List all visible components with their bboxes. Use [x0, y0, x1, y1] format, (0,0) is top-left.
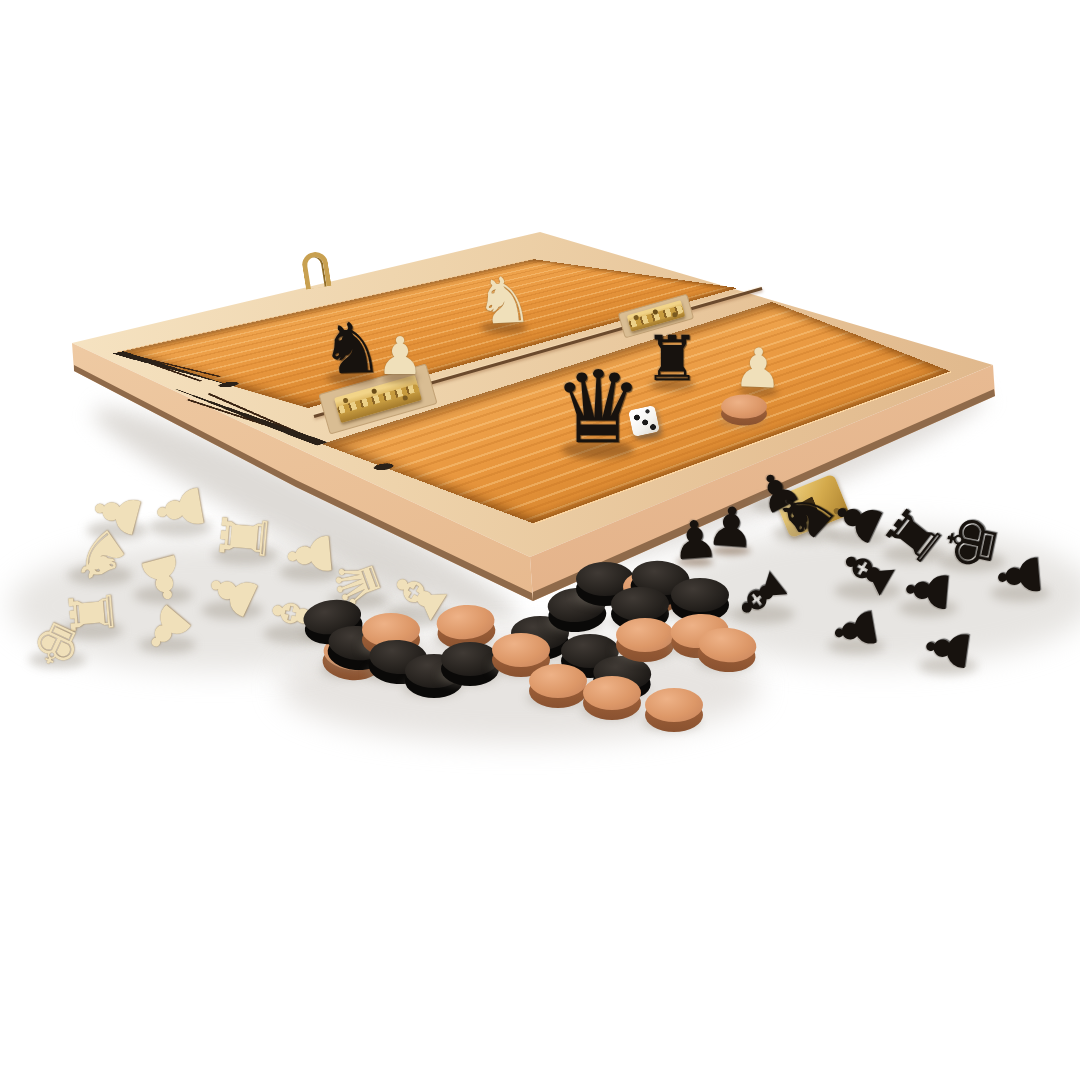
checker-tan-23	[645, 688, 703, 732]
black-pawn-pile-2: ♟	[705, 499, 757, 556]
checker-face	[492, 633, 550, 667]
dice	[628, 405, 660, 437]
hanging-hook	[300, 250, 331, 290]
checker-tan-20	[616, 618, 674, 662]
white-pawn-near: ♟	[733, 341, 783, 397]
checker-face	[721, 395, 767, 419]
white-knight-standing: ♞	[474, 267, 535, 334]
checker-tan-19	[583, 676, 641, 720]
black-rook-standing: ♜	[644, 328, 700, 390]
black-pawn-pile-12: ♟	[825, 601, 887, 658]
checker-tan-on-board	[721, 395, 767, 426]
black-pawn-pile-13: ♟	[917, 620, 979, 678]
black-knight-standing: ♞	[319, 313, 384, 385]
checker-face	[611, 587, 669, 621]
checker-face	[645, 688, 703, 722]
white-pawn-far: ♟	[377, 330, 424, 382]
product-photo-stage: ♞♟♞♛♜♟♟♟♜♟♞♟♜♟♟♝♛♝♚♟♟♟♞♟♜♚♟♝♟♝♟♟	[0, 0, 1080, 1080]
white-pawn-pile-2: ♟	[146, 477, 214, 540]
checker-face	[616, 618, 674, 652]
checker-face	[529, 664, 587, 698]
checker-face	[441, 642, 499, 676]
black-queen-standing: ♛	[553, 358, 643, 458]
checker-tan-24	[696, 626, 758, 675]
black-pawn-pile-8: ♟	[990, 548, 1050, 603]
checker-face	[583, 676, 641, 710]
black-pawn-pile-10: ♟	[898, 563, 958, 618]
white-rook-pile-3: ♜	[212, 506, 279, 567]
checker-tan-17	[529, 664, 587, 708]
checker-face	[671, 578, 729, 612]
